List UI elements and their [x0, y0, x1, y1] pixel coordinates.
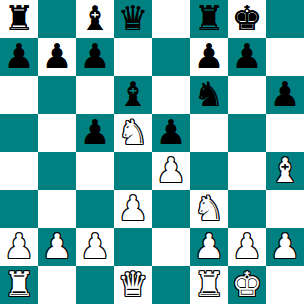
square-b5[interactable]: [38, 114, 76, 152]
square-a7[interactable]: ♟: [0, 38, 38, 76]
piece-black-rook[interactable]: ♜: [194, 0, 224, 37]
square-b2[interactable]: ♟: [38, 228, 76, 266]
square-e7[interactable]: [152, 38, 190, 76]
piece-black-pawn[interactable]: ♟: [4, 38, 34, 75]
piece-black-king[interactable]: ♚: [232, 0, 262, 37]
square-g1[interactable]: ♚: [228, 266, 266, 304]
square-e4[interactable]: ♟: [152, 152, 190, 190]
square-b8[interactable]: [38, 0, 76, 38]
square-a1[interactable]: ♜: [0, 266, 38, 304]
square-h3[interactable]: [266, 190, 304, 228]
piece-black-bishop[interactable]: ♝: [118, 76, 148, 113]
square-f1[interactable]: ♜: [190, 266, 228, 304]
square-f5[interactable]: [190, 114, 228, 152]
square-a2[interactable]: ♟: [0, 228, 38, 266]
piece-black-queen[interactable]: ♛: [118, 0, 148, 37]
square-d1[interactable]: ♛: [114, 266, 152, 304]
square-a3[interactable]: [0, 190, 38, 228]
square-h7[interactable]: [266, 38, 304, 76]
square-c2[interactable]: ♟: [76, 228, 114, 266]
square-c7[interactable]: ♟: [76, 38, 114, 76]
square-a5[interactable]: [0, 114, 38, 152]
square-h4[interactable]: ♝: [266, 152, 304, 190]
square-g7[interactable]: ♟: [228, 38, 266, 76]
piece-black-rook[interactable]: ♜: [4, 0, 34, 37]
square-e1[interactable]: [152, 266, 190, 304]
piece-white-pawn[interactable]: ♟: [118, 190, 148, 227]
piece-black-pawn[interactable]: ♟: [270, 76, 300, 113]
square-b1[interactable]: [38, 266, 76, 304]
square-e2[interactable]: [152, 228, 190, 266]
square-b7[interactable]: ♟: [38, 38, 76, 76]
piece-white-pawn[interactable]: ♟: [42, 228, 72, 265]
square-f8[interactable]: ♜: [190, 0, 228, 38]
square-c6[interactable]: [76, 76, 114, 114]
piece-white-rook[interactable]: ♜: [4, 266, 34, 303]
square-d5[interactable]: ♞: [114, 114, 152, 152]
square-h2[interactable]: ♟: [266, 228, 304, 266]
square-c8[interactable]: ♝: [76, 0, 114, 38]
square-f3[interactable]: ♞: [190, 190, 228, 228]
square-c1[interactable]: [76, 266, 114, 304]
square-e8[interactable]: [152, 0, 190, 38]
chess-board: ♜♝♛♜♚♟♟♟♟♟♝♞♟♟♞♟♟♝♟♞♟♟♟♟♟♟♜♛♜♚: [0, 0, 304, 304]
piece-white-bishop[interactable]: ♝: [270, 152, 300, 189]
piece-black-pawn[interactable]: ♟: [42, 38, 72, 75]
square-g5[interactable]: [228, 114, 266, 152]
square-c5[interactable]: ♟: [76, 114, 114, 152]
square-a6[interactable]: [0, 76, 38, 114]
piece-black-bishop[interactable]: ♝: [80, 0, 110, 37]
piece-white-pawn[interactable]: ♟: [194, 228, 224, 265]
square-g3[interactable]: [228, 190, 266, 228]
square-h1[interactable]: [266, 266, 304, 304]
square-h6[interactable]: ♟: [266, 76, 304, 114]
piece-white-king[interactable]: ♚: [232, 266, 262, 303]
piece-black-pawn[interactable]: ♟: [156, 114, 186, 151]
piece-white-knight[interactable]: ♞: [194, 190, 224, 227]
piece-white-pawn[interactable]: ♟: [4, 228, 34, 265]
square-e6[interactable]: [152, 76, 190, 114]
square-b4[interactable]: [38, 152, 76, 190]
square-a8[interactable]: ♜: [0, 0, 38, 38]
square-d3[interactable]: ♟: [114, 190, 152, 228]
piece-white-pawn[interactable]: ♟: [232, 228, 262, 265]
square-h8[interactable]: [266, 0, 304, 38]
piece-white-pawn[interactable]: ♟: [270, 228, 300, 265]
square-g6[interactable]: [228, 76, 266, 114]
square-d2[interactable]: [114, 228, 152, 266]
square-g8[interactable]: ♚: [228, 0, 266, 38]
square-f7[interactable]: ♟: [190, 38, 228, 76]
square-d6[interactable]: ♝: [114, 76, 152, 114]
square-c4[interactable]: [76, 152, 114, 190]
square-f4[interactable]: [190, 152, 228, 190]
piece-black-pawn[interactable]: ♟: [194, 38, 224, 75]
square-f6[interactable]: ♞: [190, 76, 228, 114]
piece-white-pawn[interactable]: ♟: [80, 228, 110, 265]
square-d7[interactable]: [114, 38, 152, 76]
piece-black-pawn[interactable]: ♟: [80, 38, 110, 75]
piece-black-pawn[interactable]: ♟: [232, 38, 262, 75]
piece-black-knight[interactable]: ♞: [194, 76, 224, 113]
square-b3[interactable]: [38, 190, 76, 228]
square-d4[interactable]: [114, 152, 152, 190]
square-g2[interactable]: ♟: [228, 228, 266, 266]
square-f2[interactable]: ♟: [190, 228, 228, 266]
piece-black-pawn[interactable]: ♟: [80, 114, 110, 151]
square-c3[interactable]: [76, 190, 114, 228]
square-e3[interactable]: [152, 190, 190, 228]
square-b6[interactable]: [38, 76, 76, 114]
square-d8[interactable]: ♛: [114, 0, 152, 38]
piece-white-pawn[interactable]: ♟: [156, 152, 186, 189]
piece-white-rook[interactable]: ♜: [194, 266, 224, 303]
square-a4[interactable]: [0, 152, 38, 190]
piece-white-queen[interactable]: ♛: [118, 266, 148, 303]
square-e5[interactable]: ♟: [152, 114, 190, 152]
piece-white-knight[interactable]: ♞: [118, 114, 148, 151]
square-h5[interactable]: [266, 114, 304, 152]
square-g4[interactable]: [228, 152, 266, 190]
